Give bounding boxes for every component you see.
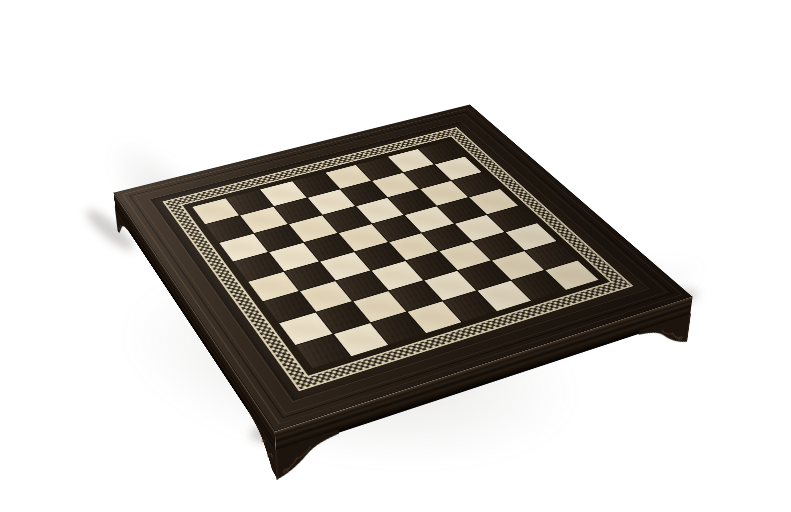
square-d4 [355,242,405,270]
square-a3 [263,292,315,323]
inner-fillet-margin [180,135,613,377]
square-b2 [317,302,370,334]
square-b1 [334,323,388,356]
square-e2 [424,271,476,301]
square-e1 [443,291,496,322]
square-e3 [406,252,457,281]
chessboard [113,105,692,432]
square-f2 [459,261,511,290]
square-c3 [336,271,387,301]
square-f3 [440,242,491,270]
board-frame-top [113,105,692,432]
square-d3 [371,261,422,290]
square-b3 [300,281,352,311]
square-c2 [353,291,406,322]
square-c4 [320,252,370,281]
square-a2 [279,313,332,345]
scene [0,0,791,512]
board-recess [150,121,648,401]
square-a5 [233,252,283,281]
square-a1 [296,334,350,368]
square-a4 [248,272,299,302]
photo-backdrop [0,0,791,512]
square-h2 [525,242,577,270]
square-g2 [492,251,544,280]
square-d1 [407,302,461,334]
square-f1 [478,281,531,311]
square-g1 [512,271,565,301]
square-c1 [371,312,425,344]
square-d2 [389,281,441,311]
squares-grid [192,141,598,368]
square-h1 [546,261,599,290]
square-b4 [284,262,335,291]
square-b5 [269,243,318,271]
